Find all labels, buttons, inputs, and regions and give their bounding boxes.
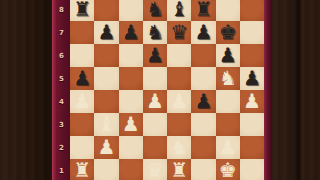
- piece-white-pawn-g2[interactable]: ♟: [219, 136, 237, 159]
- square-h7[interactable]: [240, 21, 264, 44]
- square-f3[interactable]: [191, 113, 215, 136]
- square-d3[interactable]: [143, 113, 167, 136]
- square-h8[interactable]: [240, 0, 264, 21]
- chess-board[interactable]: ♜♞♝♜♟♟♞♛♟♚♟♟♟♞♟♟♟♟♟♟♝♟♟♞♟♜♛♜♚: [70, 0, 264, 180]
- square-g8[interactable]: [216, 0, 240, 21]
- square-e8[interactable]: ♝: [167, 0, 191, 21]
- rank-label-4: 4: [53, 90, 70, 113]
- piece-black-pawn-f7[interactable]: ♟: [194, 21, 212, 44]
- square-f4[interactable]: ♟: [191, 90, 215, 113]
- square-a1[interactable]: ♜: [70, 159, 94, 180]
- square-b8[interactable]: [94, 0, 118, 21]
- square-b6[interactable]: [94, 44, 118, 67]
- square-a7[interactable]: [70, 21, 94, 44]
- piece-black-knight-d7[interactable]: ♞: [146, 21, 164, 44]
- piece-white-pawn-b2[interactable]: ♟: [97, 136, 115, 159]
- square-a2[interactable]: [70, 136, 94, 159]
- square-c1[interactable]: [119, 159, 143, 180]
- piece-black-pawn-c7[interactable]: ♟: [122, 21, 140, 44]
- square-b1[interactable]: [94, 159, 118, 180]
- piece-white-pawn-d4[interactable]: ♟: [146, 90, 164, 113]
- piece-white-pawn-c3[interactable]: ♟: [122, 113, 140, 136]
- square-f6[interactable]: [191, 44, 215, 67]
- square-e5[interactable]: [167, 67, 191, 90]
- square-a5[interactable]: ♟: [70, 67, 94, 90]
- square-c2[interactable]: [119, 136, 143, 159]
- square-g4[interactable]: [216, 90, 240, 113]
- square-f5[interactable]: [191, 67, 215, 90]
- square-b2[interactable]: ♟: [94, 136, 118, 159]
- piece-white-bishop-b3[interactable]: ♝: [97, 113, 115, 136]
- square-f2[interactable]: [191, 136, 215, 159]
- piece-white-rook-a1[interactable]: ♜: [73, 159, 91, 180]
- square-e4[interactable]: ♟: [167, 90, 191, 113]
- piece-black-king-g7[interactable]: ♚: [219, 21, 237, 44]
- square-g3[interactable]: [216, 113, 240, 136]
- rank-label-1: 1: [53, 159, 70, 180]
- rank-labels: 87654321: [52, 0, 70, 180]
- square-c8[interactable]: [119, 0, 143, 21]
- square-f8[interactable]: ♜: [191, 0, 215, 21]
- rank-label-3: 3: [53, 113, 70, 136]
- rank-label-8: 8: [53, 0, 70, 21]
- square-e6[interactable]: [167, 44, 191, 67]
- square-c7[interactable]: ♟: [119, 21, 143, 44]
- square-a6[interactable]: [70, 44, 94, 67]
- square-b4[interactable]: [94, 90, 118, 113]
- square-h2[interactable]: [240, 136, 264, 159]
- piece-black-pawn-g6[interactable]: ♟: [219, 44, 237, 67]
- square-a4[interactable]: ♟: [70, 90, 94, 113]
- piece-white-pawn-a4[interactable]: ♟: [73, 90, 91, 113]
- square-c5[interactable]: [119, 67, 143, 90]
- square-h3[interactable]: [240, 113, 264, 136]
- piece-black-rook-a8[interactable]: ♜: [73, 0, 91, 21]
- square-g1[interactable]: ♚: [216, 159, 240, 180]
- square-b7[interactable]: ♟: [94, 21, 118, 44]
- square-a8[interactable]: ♜: [70, 0, 94, 21]
- piece-black-rook-f8[interactable]: ♜: [194, 0, 212, 21]
- piece-black-pawn-d6[interactable]: ♟: [146, 44, 164, 67]
- square-g7[interactable]: ♚: [216, 21, 240, 44]
- square-h5[interactable]: ♟: [240, 67, 264, 90]
- square-h6[interactable]: [240, 44, 264, 67]
- square-b3[interactable]: ♝: [94, 113, 118, 136]
- board-frame-right: [264, 0, 272, 180]
- square-c6[interactable]: [119, 44, 143, 67]
- square-g6[interactable]: ♟: [216, 44, 240, 67]
- square-d1[interactable]: ♛: [143, 159, 167, 180]
- piece-black-knight-d8[interactable]: ♞: [146, 0, 164, 21]
- piece-black-bishop-e8[interactable]: ♝: [170, 0, 188, 21]
- square-h1[interactable]: [240, 159, 264, 180]
- square-f1[interactable]: [191, 159, 215, 180]
- piece-white-pawn-h4[interactable]: ♟: [243, 90, 261, 113]
- rank-label-7: 7: [53, 21, 70, 44]
- square-g2[interactable]: ♟: [216, 136, 240, 159]
- square-d2[interactable]: [143, 136, 167, 159]
- piece-white-queen-d1[interactable]: ♛: [146, 159, 164, 180]
- app-background: 87654321 ♜♞♝♜♟♟♞♛♟♚♟♟♟♞♟♟♟♟♟♟♝♟♟♞♟♜♛♜♚: [0, 0, 320, 180]
- square-e7[interactable]: ♛: [167, 21, 191, 44]
- square-c3[interactable]: ♟: [119, 113, 143, 136]
- square-e3[interactable]: [167, 113, 191, 136]
- piece-black-pawn-f4[interactable]: ♟: [194, 90, 212, 113]
- square-b5[interactable]: [94, 67, 118, 90]
- piece-black-pawn-b7[interactable]: ♟: [97, 21, 115, 44]
- square-c4[interactable]: [119, 90, 143, 113]
- rank-label-5: 5: [53, 67, 70, 90]
- piece-white-pawn-e4[interactable]: ♟: [170, 90, 188, 113]
- piece-black-pawn-a5[interactable]: ♟: [73, 67, 91, 90]
- square-f7[interactable]: ♟: [191, 21, 215, 44]
- piece-white-knight-e2[interactable]: ♞: [170, 136, 188, 159]
- square-d8[interactable]: ♞: [143, 0, 167, 21]
- rank-label-6: 6: [53, 44, 70, 67]
- square-d7[interactable]: ♞: [143, 21, 167, 44]
- square-a3[interactable]: [70, 113, 94, 136]
- piece-white-king-g1[interactable]: ♚: [219, 159, 237, 180]
- square-d5[interactable]: [143, 67, 167, 90]
- square-g5[interactable]: ♞: [216, 67, 240, 90]
- piece-white-knight-g5[interactable]: ♞: [219, 67, 237, 90]
- square-h4[interactable]: ♟: [240, 90, 264, 113]
- square-e1[interactable]: ♜: [167, 159, 191, 180]
- square-e2[interactable]: ♞: [167, 136, 191, 159]
- piece-black-pawn-h5[interactable]: ♟: [243, 67, 261, 90]
- board-frame: 87654321 ♜♞♝♜♟♟♞♛♟♚♟♟♟♞♟♟♟♟♟♟♝♟♟♞♟♜♛♜♚: [52, 0, 272, 180]
- piece-white-rook-e1[interactable]: ♜: [170, 159, 188, 180]
- piece-black-queen-e7[interactable]: ♛: [170, 21, 188, 44]
- rank-label-2: 2: [53, 136, 70, 159]
- square-d4[interactable]: ♟: [143, 90, 167, 113]
- square-d6[interactable]: ♟: [143, 44, 167, 67]
